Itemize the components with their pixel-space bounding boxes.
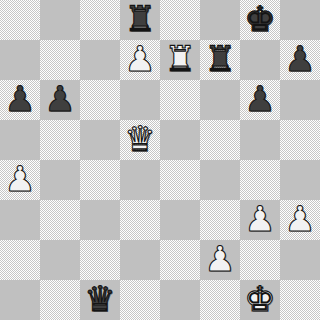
square-e3[interactable] — [160, 200, 200, 240]
square-a3[interactable] — [0, 200, 40, 240]
square-c4[interactable] — [80, 160, 120, 200]
square-f4[interactable] — [200, 160, 240, 200]
square-h5[interactable] — [280, 120, 320, 160]
square-a6[interactable]: ♟ — [0, 80, 40, 120]
square-h1[interactable] — [280, 280, 320, 320]
piece-white-pawn-h3[interactable]: ♟ — [284, 199, 315, 239]
square-b5[interactable] — [40, 120, 80, 160]
square-e6[interactable] — [160, 80, 200, 120]
square-c1[interactable]: ♛ — [80, 280, 120, 320]
square-c2[interactable] — [80, 240, 120, 280]
square-a2[interactable] — [0, 240, 40, 280]
square-c6[interactable] — [80, 80, 120, 120]
square-f2[interactable]: ♟ — [200, 240, 240, 280]
piece-white-pawn-f2[interactable]: ♟ — [204, 239, 235, 279]
square-d6[interactable] — [120, 80, 160, 120]
piece-black-pawn-h7[interactable]: ♟ — [284, 39, 315, 79]
square-b8[interactable] — [40, 0, 80, 40]
square-g8[interactable]: ♚ — [240, 0, 280, 40]
piece-white-pawn-a4[interactable]: ♟ — [4, 159, 35, 199]
square-f8[interactable] — [200, 0, 240, 40]
square-a8[interactable] — [0, 0, 40, 40]
piece-white-queen-d5[interactable]: ♛ — [124, 119, 155, 159]
chess-board: ♜♚♟♜♜♟♟♟♟♛♟♟♟♟♛♚ — [0, 0, 320, 320]
square-h6[interactable] — [280, 80, 320, 120]
square-f5[interactable] — [200, 120, 240, 160]
square-b1[interactable] — [40, 280, 80, 320]
square-e4[interactable] — [160, 160, 200, 200]
square-d2[interactable] — [120, 240, 160, 280]
square-d5[interactable]: ♛ — [120, 120, 160, 160]
square-b6[interactable]: ♟ — [40, 80, 80, 120]
square-f7[interactable]: ♜ — [200, 40, 240, 80]
piece-black-king-g8[interactable]: ♚ — [244, 0, 275, 39]
square-h7[interactable]: ♟ — [280, 40, 320, 80]
square-g5[interactable] — [240, 120, 280, 160]
square-e7[interactable]: ♜ — [160, 40, 200, 80]
square-b3[interactable] — [40, 200, 80, 240]
square-a4[interactable]: ♟ — [0, 160, 40, 200]
square-e5[interactable] — [160, 120, 200, 160]
piece-black-pawn-a6[interactable]: ♟ — [4, 79, 35, 119]
square-g4[interactable] — [240, 160, 280, 200]
square-b7[interactable] — [40, 40, 80, 80]
square-d7[interactable]: ♟ — [120, 40, 160, 80]
square-e8[interactable] — [160, 0, 200, 40]
square-d1[interactable] — [120, 280, 160, 320]
square-h2[interactable] — [280, 240, 320, 280]
square-e2[interactable] — [160, 240, 200, 280]
square-d3[interactable] — [120, 200, 160, 240]
square-f1[interactable] — [200, 280, 240, 320]
square-e1[interactable] — [160, 280, 200, 320]
square-d8[interactable]: ♜ — [120, 0, 160, 40]
piece-white-pawn-d7[interactable]: ♟ — [124, 39, 155, 79]
piece-black-pawn-g6[interactable]: ♟ — [244, 79, 275, 119]
piece-black-pawn-b6[interactable]: ♟ — [44, 79, 75, 119]
square-f6[interactable] — [200, 80, 240, 120]
square-c7[interactable] — [80, 40, 120, 80]
square-a1[interactable] — [0, 280, 40, 320]
piece-black-rook-f7[interactable]: ♜ — [204, 39, 235, 79]
square-b4[interactable] — [40, 160, 80, 200]
piece-white-pawn-g3[interactable]: ♟ — [244, 199, 275, 239]
square-c5[interactable] — [80, 120, 120, 160]
square-c3[interactable] — [80, 200, 120, 240]
square-a5[interactable] — [0, 120, 40, 160]
square-g7[interactable] — [240, 40, 280, 80]
piece-black-queen-c1[interactable]: ♛ — [84, 279, 115, 319]
square-h8[interactable] — [280, 0, 320, 40]
square-d4[interactable] — [120, 160, 160, 200]
square-h3[interactable]: ♟ — [280, 200, 320, 240]
square-g3[interactable]: ♟ — [240, 200, 280, 240]
square-h4[interactable] — [280, 160, 320, 200]
square-a7[interactable] — [0, 40, 40, 80]
square-g1[interactable]: ♚ — [240, 280, 280, 320]
piece-black-rook-d8[interactable]: ♜ — [124, 0, 155, 39]
piece-white-rook-e7[interactable]: ♜ — [164, 39, 195, 79]
square-g6[interactable]: ♟ — [240, 80, 280, 120]
square-b2[interactable] — [40, 240, 80, 280]
square-g2[interactable] — [240, 240, 280, 280]
square-f3[interactable] — [200, 200, 240, 240]
piece-white-king-g1[interactable]: ♚ — [244, 279, 275, 319]
square-c8[interactable] — [80, 0, 120, 40]
